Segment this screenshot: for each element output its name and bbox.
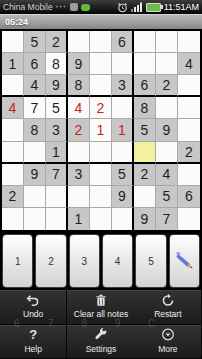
- battery-icon: [146, 3, 161, 12]
- cell-r3c3[interactable]: 4: [68, 97, 90, 119]
- toolbar-more-button[interactable]: More: [135, 325, 202, 359]
- cell-r7c2[interactable]: [46, 186, 68, 208]
- numpad-2[interactable]: 2: [35, 234, 66, 288]
- cell-r8c0[interactable]: [2, 208, 24, 230]
- sudoku-grid: 5261689449836247542883211591297352429561…: [0, 29, 202, 232]
- game-timer: 05:24: [0, 14, 202, 29]
- cell-r2c1[interactable]: 4: [24, 75, 46, 97]
- cell-r1c1[interactable]: 6: [24, 53, 46, 75]
- sudoku-app: China Mobile ··· 11:51AM 05:24 526168944…: [0, 0, 202, 359]
- more-icon: [159, 327, 177, 343]
- trash-icon: [92, 292, 110, 308]
- cell-r5c5[interactable]: [112, 142, 134, 164]
- cell-r6c5[interactable]: 5: [112, 164, 134, 186]
- cell-r4c4[interactable]: 1: [90, 119, 112, 141]
- cell-r4c0[interactable]: [2, 119, 24, 141]
- status-bar: China Mobile ··· 11:51AM: [0, 0, 202, 14]
- cell-r0c1[interactable]: 5: [24, 31, 46, 53]
- cell-r0c2[interactable]: 2: [46, 31, 68, 53]
- cell-r6c3[interactable]: 3: [68, 164, 90, 186]
- cell-r4c1[interactable]: 8: [24, 119, 46, 141]
- cell-r2c3[interactable]: 8: [68, 75, 90, 97]
- cell-r5c1[interactable]: [24, 142, 46, 164]
- cell-r2c6[interactable]: 6: [134, 75, 156, 97]
- cell-r6c8[interactable]: [178, 164, 200, 186]
- cell-r6c1[interactable]: 9: [24, 164, 46, 186]
- cell-r6c7[interactable]: 4: [156, 164, 178, 186]
- cell-r1c2[interactable]: 8: [46, 53, 68, 75]
- pencil-icon: [173, 250, 195, 272]
- cell-r7c3[interactable]: [68, 186, 90, 208]
- cell-r2c5[interactable]: 3: [112, 75, 134, 97]
- cell-r5c2[interactable]: 1: [46, 142, 68, 164]
- numpad-1[interactable]: 1: [2, 234, 33, 288]
- clock-label: 11:51AM: [164, 2, 199, 12]
- cell-r8c8[interactable]: [178, 208, 200, 230]
- cell-r0c8[interactable]: [178, 31, 200, 53]
- cell-r0c4[interactable]: [90, 31, 112, 53]
- cell-r4c7[interactable]: 9: [156, 119, 178, 141]
- cell-r7c5[interactable]: 9: [112, 186, 134, 208]
- help-icon: ?: [29, 327, 37, 343]
- toolbar-label: Clear all notes: [74, 309, 128, 319]
- pencil-button[interactable]: [169, 234, 200, 288]
- cell-r3c2[interactable]: 5: [46, 97, 68, 119]
- cell-r0c3[interactable]: [68, 31, 90, 53]
- cell-r4c6[interactable]: 5: [134, 119, 156, 141]
- toolbar-label: Help: [24, 344, 41, 354]
- toolbar-label: Restart: [154, 309, 181, 319]
- cell-r5c6[interactable]: [134, 142, 156, 164]
- cell-r3c8[interactable]: [178, 97, 200, 119]
- cell-r1c6[interactable]: [134, 53, 156, 75]
- cell-r1c8[interactable]: 4: [178, 53, 200, 75]
- cell-r6c4[interactable]: [90, 164, 112, 186]
- cell-r8c7[interactable]: 7: [156, 208, 178, 230]
- cell-r8c1[interactable]: [24, 208, 46, 230]
- cell-r2c4[interactable]: [90, 75, 112, 97]
- toolbar-label: Settings: [86, 344, 117, 354]
- toolbar-undo-button[interactable]: Undo: [0, 290, 67, 325]
- signal-icon: [131, 2, 143, 12]
- toolbar-restart-button[interactable]: Restart: [135, 290, 202, 325]
- numpad-3[interactable]: 3: [69, 234, 100, 288]
- cell-r8c2[interactable]: [46, 208, 68, 230]
- cell-r2c7[interactable]: 2: [156, 75, 178, 97]
- cell-r0c5[interactable]: 6: [112, 31, 134, 53]
- number-pad: 12345: [0, 232, 202, 290]
- cell-r8c5[interactable]: [112, 208, 134, 230]
- cell-r3c5[interactable]: [112, 97, 134, 119]
- cell-r1c4[interactable]: [90, 53, 112, 75]
- cell-r5c4[interactable]: [90, 142, 112, 164]
- alarm-icon: [117, 2, 128, 13]
- cell-r3c7[interactable]: [156, 97, 178, 119]
- cell-r8c6[interactable]: 9: [134, 208, 156, 230]
- undo-icon: [24, 292, 42, 308]
- numpad-5[interactable]: 5: [135, 234, 166, 288]
- cell-r1c3[interactable]: 9: [68, 53, 90, 75]
- cell-r6c2[interactable]: 7: [46, 164, 68, 186]
- cell-r5c7[interactable]: [156, 142, 178, 164]
- cell-r7c1[interactable]: [24, 186, 46, 208]
- cell-r7c0[interactable]: 2: [2, 186, 24, 208]
- cell-r1c5[interactable]: [112, 53, 134, 75]
- more-notifications-icon: ···: [56, 2, 68, 12]
- cell-r7c8[interactable]: 6: [178, 186, 200, 208]
- cell-r5c0[interactable]: [2, 142, 24, 164]
- cell-r8c4[interactable]: [90, 208, 112, 230]
- chat-notification-icon: [81, 4, 90, 11]
- cell-r4c3[interactable]: 2: [68, 119, 90, 141]
- toolbar-label: More: [158, 344, 177, 354]
- toolbar-trash-button[interactable]: Clear all notes: [67, 290, 134, 325]
- carrier-label: China Mobile: [3, 2, 53, 12]
- cell-r3c6[interactable]: 8: [134, 97, 156, 119]
- cell-r2c8[interactable]: [178, 75, 200, 97]
- cell-r0c0[interactable]: [2, 31, 24, 53]
- cell-r4c2[interactable]: 3: [46, 119, 68, 141]
- cell-r8c3[interactable]: 1: [68, 208, 90, 230]
- cell-r6c0[interactable]: [2, 164, 24, 186]
- cell-r2c0[interactable]: [2, 75, 24, 97]
- toolbar-help-button[interactable]: ?Help: [0, 325, 67, 359]
- cell-r1c7[interactable]: [156, 53, 178, 75]
- cell-r7c7[interactable]: 5: [156, 186, 178, 208]
- toolbar-wrench-button[interactable]: Settings: [67, 325, 134, 359]
- cell-r6c6[interactable]: 2: [134, 164, 156, 186]
- cell-r0c6[interactable]: [134, 31, 156, 53]
- cell-r3c1[interactable]: 7: [24, 97, 46, 119]
- toolbar: 6789C UndoClear all notesRestart?HelpSet…: [0, 290, 202, 359]
- numpad-4[interactable]: 4: [102, 234, 133, 288]
- cell-r3c0[interactable]: 4: [2, 97, 24, 119]
- cell-r1c0[interactable]: 1: [2, 53, 24, 75]
- cell-r3c4[interactable]: 2: [90, 97, 112, 119]
- cell-r5c3[interactable]: [68, 142, 90, 164]
- cell-r2c2[interactable]: 9: [46, 75, 68, 97]
- toolbar-label: Undo: [23, 309, 43, 319]
- cell-r4c8[interactable]: [178, 119, 200, 141]
- cell-r4c5[interactable]: 1: [112, 119, 134, 141]
- cell-r7c4[interactable]: [90, 186, 112, 208]
- cell-r7c6[interactable]: [134, 186, 156, 208]
- restart-icon: [159, 292, 177, 308]
- cell-r0c7[interactable]: [156, 31, 178, 53]
- sms-notification-icon: [70, 3, 78, 11]
- cell-r5c8[interactable]: 2: [178, 142, 200, 164]
- wrench-icon: [92, 327, 110, 343]
